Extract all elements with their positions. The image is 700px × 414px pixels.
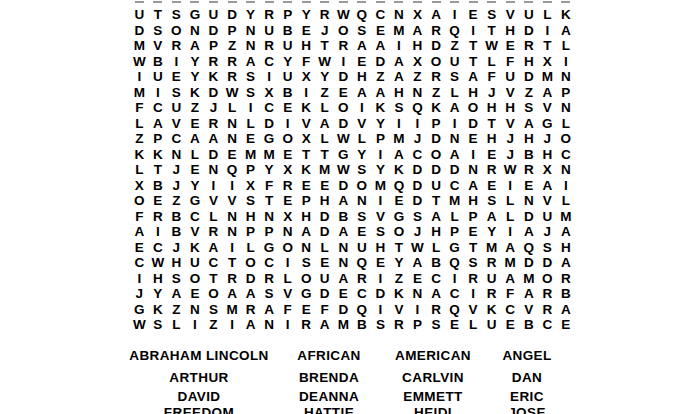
grid-cell[interactable]: A <box>315 317 334 333</box>
grid-cell[interactable]: I <box>278 255 297 271</box>
grid-cell[interactable]: L <box>241 240 260 256</box>
grid-cell[interactable]: O <box>464 100 483 116</box>
grid-cell[interactable]: M <box>390 131 409 147</box>
grid-cell[interactable]: O <box>278 131 297 147</box>
grid-cell[interactable]: S <box>241 193 260 209</box>
grid-cell[interactable]: D <box>427 131 446 147</box>
grid-cell[interactable]: A <box>204 131 223 147</box>
grid-cell[interactable]: B <box>167 209 186 225</box>
grid-cell[interactable]: S <box>482 7 501 23</box>
grid-cell[interactable]: P <box>408 317 427 333</box>
grid-cell[interactable]: Z <box>445 38 464 54</box>
grid-cell[interactable]: Q <box>445 255 464 271</box>
grid-cell[interactable]: K <box>482 302 501 318</box>
grid-cell[interactable]: T <box>538 38 557 54</box>
grid-cell[interactable]: H <box>297 38 316 54</box>
grid-cell[interactable]: D <box>445 162 464 178</box>
grid-cell[interactable]: H <box>519 54 538 70</box>
grid-cell[interactable]: G <box>260 131 279 147</box>
grid-cell[interactable]: R <box>353 271 372 287</box>
grid-cell[interactable]: X <box>297 131 316 147</box>
grid-cell[interactable]: L <box>464 317 483 333</box>
grid-cell[interactable]: S <box>241 69 260 85</box>
grid-cell[interactable]: L <box>315 240 334 256</box>
grid-cell[interactable]: A <box>557 224 576 240</box>
grid-cell[interactable]: O <box>297 271 316 287</box>
grid-cell[interactable]: V <box>371 209 390 225</box>
grid-cell[interactable]: N <box>186 23 205 39</box>
grid-cell[interactable]: M <box>241 147 260 163</box>
grid-cell[interactable]: N <box>297 240 316 256</box>
grid-cell[interactable]: A <box>390 147 409 163</box>
grid-cell[interactable]: S <box>260 286 279 302</box>
grid-cell[interactable]: R <box>538 286 557 302</box>
grid-cell[interactable]: A <box>519 224 538 240</box>
grid-cell[interactable]: X <box>241 178 260 194</box>
grid-cell[interactable]: L <box>501 209 520 225</box>
grid-cell[interactable]: V <box>538 100 557 116</box>
grid-cell[interactable]: U <box>204 7 223 23</box>
grid-cell[interactable]: M <box>334 317 353 333</box>
grid-cell[interactable]: V <box>501 7 520 23</box>
grid-cell[interactable]: H <box>167 255 186 271</box>
grid-cell[interactable]: Z <box>204 317 223 333</box>
grid-cell[interactable]: D <box>538 255 557 271</box>
grid-cell[interactable]: X <box>278 162 297 178</box>
grid-cell[interactable]: C <box>557 147 576 163</box>
grid-cell[interactable]: E <box>371 23 390 39</box>
grid-cell[interactable]: M <box>445 193 464 209</box>
grid-cell[interactable]: R <box>390 317 409 333</box>
grid-cell[interactable]: Y <box>186 178 205 194</box>
grid-cell[interactable]: A <box>519 116 538 132</box>
grid-cell[interactable]: L <box>482 54 501 70</box>
grid-cell[interactable]: V <box>390 302 409 318</box>
grid-cell[interactable]: S <box>353 23 372 39</box>
grid-cell[interactable]: S <box>167 85 186 101</box>
grid-cell[interactable]: I <box>408 302 427 318</box>
grid-cell[interactable]: A <box>408 23 427 39</box>
grid-cell[interactable]: N <box>445 131 464 147</box>
grid-cell[interactable]: J <box>167 240 186 256</box>
grid-cell[interactable]: G <box>186 193 205 209</box>
grid-cell[interactable]: F <box>315 302 334 318</box>
grid-cell[interactable]: L <box>538 7 557 23</box>
grid-cell[interactable]: Z <box>371 69 390 85</box>
grid-cell[interactable]: O <box>334 23 353 39</box>
grid-cell[interactable]: C <box>204 255 223 271</box>
grid-cell[interactable]: Z <box>408 69 427 85</box>
grid-cell[interactable]: F <box>501 286 520 302</box>
grid-cell[interactable]: W <box>149 255 168 271</box>
grid-cell[interactable]: R <box>334 38 353 54</box>
grid-cell[interactable]: V <box>223 193 242 209</box>
grid-cell[interactable]: K <box>427 100 446 116</box>
grid-cell[interactable]: P <box>204 38 223 54</box>
grid-cell[interactable]: E <box>408 271 427 287</box>
grid-cell[interactable]: A <box>482 209 501 225</box>
grid-cell[interactable]: S <box>149 317 168 333</box>
grid-cell[interactable]: E <box>445 317 464 333</box>
grid-cell[interactable]: A <box>445 100 464 116</box>
grid-cell[interactable]: N <box>278 224 297 240</box>
grid-cell[interactable]: Q <box>445 302 464 318</box>
grid-cell[interactable]: B <box>278 85 297 101</box>
grid-cell[interactable]: P <box>241 162 260 178</box>
grid-cell[interactable]: O <box>334 100 353 116</box>
grid-cell[interactable]: Q <box>445 23 464 39</box>
grid-cell[interactable]: I <box>278 317 297 333</box>
grid-cell[interactable]: E <box>482 178 501 194</box>
grid-cell[interactable]: T <box>297 147 316 163</box>
grid-cell[interactable]: B <box>557 286 576 302</box>
grid-cell[interactable]: P <box>445 224 464 240</box>
grid-cell[interactable]: M <box>315 162 334 178</box>
grid-cell[interactable]: L <box>315 100 334 116</box>
grid-cell[interactable]: T <box>315 38 334 54</box>
grid-cell[interactable]: E <box>278 147 297 163</box>
grid-cell[interactable]: Q <box>223 162 242 178</box>
grid-cell[interactable]: V <box>519 302 538 318</box>
grid-cell[interactable]: E <box>297 302 316 318</box>
grid-cell[interactable]: E <box>186 116 205 132</box>
grid-cell[interactable]: Y <box>260 162 279 178</box>
grid-cell[interactable]: E <box>390 193 409 209</box>
grid-cell[interactable]: U <box>501 69 520 85</box>
grid-cell[interactable]: B <box>427 255 446 271</box>
grid-cell[interactable]: A <box>186 131 205 147</box>
grid-cell[interactable]: A <box>538 85 557 101</box>
grid-cell[interactable]: L <box>353 131 372 147</box>
grid-cell[interactable]: N <box>241 23 260 39</box>
grid-cell[interactable]: Y <box>149 286 168 302</box>
grid-cell[interactable]: E <box>278 100 297 116</box>
grid-cell[interactable]: H <box>315 193 334 209</box>
grid-cell[interactable]: E <box>519 178 538 194</box>
grid-cell[interactable]: D <box>334 178 353 194</box>
grid-cell[interactable]: E <box>464 131 483 147</box>
grid-cell[interactable]: H <box>390 85 409 101</box>
grid-cell[interactable]: A <box>334 271 353 287</box>
grid-cell[interactable]: I <box>334 54 353 70</box>
grid-cell[interactable]: O <box>130 193 149 209</box>
grid-cell[interactable]: G <box>130 302 149 318</box>
grid-cell[interactable]: T <box>149 162 168 178</box>
grid-cell[interactable]: L <box>204 209 223 225</box>
grid-cell[interactable]: C <box>130 255 149 271</box>
grid-cell[interactable]: S <box>371 224 390 240</box>
grid-cell[interactable]: M <box>371 178 390 194</box>
grid-cell[interactable]: O <box>278 240 297 256</box>
grid-cell[interactable]: M <box>557 209 576 225</box>
grid-cell[interactable]: S <box>371 317 390 333</box>
grid-cell[interactable]: H <box>353 69 372 85</box>
grid-cell[interactable]: U <box>278 69 297 85</box>
grid-cell[interactable]: S <box>167 271 186 287</box>
grid-cell[interactable]: R <box>223 271 242 287</box>
grid-cell[interactable]: I <box>464 147 483 163</box>
grid-cell[interactable]: S <box>167 7 186 23</box>
grid-cell[interactable]: P <box>260 224 279 240</box>
grid-cell[interactable]: L <box>223 100 242 116</box>
grid-cell[interactable]: D <box>315 209 334 225</box>
grid-cell[interactable]: P <box>371 131 390 147</box>
grid-cell[interactable]: A <box>445 147 464 163</box>
grid-cell[interactable]: A <box>519 286 538 302</box>
grid-cell[interactable]: D <box>204 85 223 101</box>
grid-cell[interactable]: N <box>334 240 353 256</box>
grid-cell[interactable]: I <box>371 147 390 163</box>
grid-cell[interactable]: N <box>223 116 242 132</box>
grid-cell[interactable]: X <box>538 54 557 70</box>
grid-cell[interactable]: A <box>390 54 409 70</box>
grid-cell[interactable]: P <box>241 224 260 240</box>
grid-cell[interactable]: C <box>260 54 279 70</box>
grid-cell[interactable]: O <box>353 178 372 194</box>
grid-cell[interactable]: I <box>371 302 390 318</box>
grid-cell[interactable]: Q <box>353 7 372 23</box>
grid-cell[interactable]: V <box>167 116 186 132</box>
grid-cell[interactable]: O <box>390 224 409 240</box>
grid-cell[interactable]: V <box>278 286 297 302</box>
grid-cell[interactable]: C <box>260 100 279 116</box>
grid-cell[interactable]: E <box>353 54 372 70</box>
grid-cell[interactable]: A <box>464 69 483 85</box>
grid-cell[interactable]: W <box>334 162 353 178</box>
grid-cell[interactable]: S <box>241 85 260 101</box>
grid-cell[interactable]: Z <box>390 271 409 287</box>
grid-cell[interactable]: Z <box>519 85 538 101</box>
grid-cell[interactable]: S <box>482 193 501 209</box>
grid-cell[interactable]: W <box>315 54 334 70</box>
grid-cell[interactable]: C <box>427 271 446 287</box>
grid-cell[interactable]: R <box>167 38 186 54</box>
grid-cell[interactable]: I <box>371 271 390 287</box>
grid-cell[interactable]: H <box>241 209 260 225</box>
grid-cell[interactable]: T <box>260 193 279 209</box>
grid-cell[interactable]: A <box>241 54 260 70</box>
grid-cell[interactable]: D <box>427 38 446 54</box>
grid-cell[interactable]: A <box>427 209 446 225</box>
grid-cell[interactable]: Z <box>427 85 446 101</box>
grid-cell[interactable]: R <box>241 302 260 318</box>
grid-cell[interactable]: R <box>278 178 297 194</box>
grid-cell[interactable]: Z <box>167 193 186 209</box>
grid-cell[interactable]: C <box>353 286 372 302</box>
grid-cell[interactable]: F <box>482 69 501 85</box>
grid-cell[interactable]: M <box>130 85 149 101</box>
grid-cell[interactable]: A <box>371 85 390 101</box>
grid-cell[interactable]: C <box>186 209 205 225</box>
grid-cell[interactable]: B <box>278 23 297 39</box>
grid-cell[interactable]: R <box>260 38 279 54</box>
grid-cell[interactable]: G <box>390 209 409 225</box>
grid-cell[interactable]: S <box>464 255 483 271</box>
grid-cell[interactable]: H <box>408 38 427 54</box>
grid-cell[interactable]: J <box>167 162 186 178</box>
grid-cell[interactable]: D <box>260 116 279 132</box>
grid-cell[interactable]: K <box>390 286 409 302</box>
grid-cell[interactable]: L <box>501 193 520 209</box>
grid-cell[interactable]: S <box>408 209 427 225</box>
grid-cell[interactable]: R <box>482 255 501 271</box>
grid-cell[interactable]: I <box>130 69 149 85</box>
grid-cell[interactable]: L <box>557 116 576 132</box>
grid-cell[interactable]: P <box>297 193 316 209</box>
grid-cell[interactable]: H <box>538 147 557 163</box>
grid-cell[interactable]: A <box>297 224 316 240</box>
grid-cell[interactable]: T <box>464 54 483 70</box>
grid-cell[interactable]: A <box>557 23 576 39</box>
grid-cell[interactable]: E <box>482 147 501 163</box>
grid-cell[interactable]: D <box>464 116 483 132</box>
grid-cell[interactable]: L <box>241 116 260 132</box>
grid-cell[interactable]: R <box>260 7 279 23</box>
grid-cell[interactable]: R <box>315 7 334 23</box>
grid-cell[interactable]: D <box>519 23 538 39</box>
grid-cell[interactable]: N <box>260 317 279 333</box>
grid-cell[interactable]: U <box>482 317 501 333</box>
grid-cell[interactable]: T <box>390 240 409 256</box>
grid-cell[interactable]: P <box>278 7 297 23</box>
grid-cell[interactable]: S <box>427 317 446 333</box>
grid-cell[interactable]: P <box>223 23 242 39</box>
grid-cell[interactable]: I <box>149 85 168 101</box>
grid-cell[interactable]: T <box>427 193 446 209</box>
grid-cell[interactable]: D <box>427 162 446 178</box>
grid-cell[interactable]: E <box>464 7 483 23</box>
grid-cell[interactable]: M <box>260 147 279 163</box>
grid-cell[interactable]: I <box>167 54 186 70</box>
grid-cell[interactable]: V <box>297 116 316 132</box>
grid-cell[interactable]: G <box>297 286 316 302</box>
grid-cell[interactable]: F <box>297 54 316 70</box>
grid-cell[interactable]: V <box>501 85 520 101</box>
grid-cell[interactable]: I <box>260 69 279 85</box>
grid-cell[interactable]: K <box>149 147 168 163</box>
grid-cell[interactable]: A <box>315 116 334 132</box>
grid-cell[interactable]: N <box>464 162 483 178</box>
grid-cell[interactable]: D <box>371 54 390 70</box>
grid-cell[interactable]: H <box>427 224 446 240</box>
grid-cell[interactable]: Q <box>408 100 427 116</box>
grid-cell[interactable]: O <box>186 271 205 287</box>
grid-cell[interactable]: E <box>241 131 260 147</box>
grid-cell[interactable]: A <box>353 38 372 54</box>
grid-cell[interactable]: K <box>557 7 576 23</box>
grid-cell[interactable]: I <box>149 224 168 240</box>
grid-cell[interactable]: A <box>241 286 260 302</box>
grid-cell[interactable]: S <box>390 100 409 116</box>
grid-cell[interactable]: E <box>315 178 334 194</box>
grid-cell[interactable]: J <box>501 147 520 163</box>
grid-cell[interactable]: T <box>315 147 334 163</box>
grid-cell[interactable]: D <box>334 69 353 85</box>
grid-cell[interactable]: I <box>130 271 149 287</box>
grid-cell[interactable]: M <box>390 23 409 39</box>
grid-cell[interactable]: A <box>334 224 353 240</box>
grid-cell[interactable]: D <box>519 255 538 271</box>
grid-cell[interactable]: D <box>204 23 223 39</box>
grid-cell[interactable]: A <box>557 255 576 271</box>
grid-cell[interactable]: H <box>149 271 168 287</box>
grid-cell[interactable]: M <box>130 38 149 54</box>
grid-cell[interactable]: W <box>482 38 501 54</box>
grid-cell[interactable]: Y <box>482 224 501 240</box>
grid-cell[interactable]: V <box>464 302 483 318</box>
grid-cell[interactable]: E <box>297 23 316 39</box>
grid-cell[interactable]: I <box>445 7 464 23</box>
grid-cell[interactable]: P <box>427 116 446 132</box>
grid-cell[interactable]: W <box>223 85 242 101</box>
grid-cell[interactable]: U <box>149 69 168 85</box>
grid-cell[interactable]: H <box>464 193 483 209</box>
grid-cell[interactable]: W <box>130 317 149 333</box>
grid-cell[interactable]: Z <box>130 131 149 147</box>
grid-cell[interactable]: T <box>149 7 168 23</box>
grid-cell[interactable]: N <box>519 193 538 209</box>
grid-cell[interactable]: W <box>408 240 427 256</box>
grid-cell[interactable]: J <box>482 85 501 101</box>
grid-cell[interactable]: I <box>445 271 464 287</box>
grid-cell[interactable]: C <box>371 7 390 23</box>
grid-cell[interactable]: E <box>149 193 168 209</box>
grid-cell[interactable]: R <box>204 116 223 132</box>
grid-cell[interactable]: E <box>130 240 149 256</box>
grid-cell[interactable]: H <box>482 100 501 116</box>
grid-cell[interactable]: B <box>149 178 168 194</box>
grid-cell[interactable]: H <box>557 240 576 256</box>
grid-cell[interactable]: N <box>260 209 279 225</box>
grid-cell[interactable]: I <box>390 116 409 132</box>
grid-cell[interactable]: J <box>538 224 557 240</box>
grid-cell[interactable]: X <box>408 7 427 23</box>
grid-cell[interactable]: U <box>260 23 279 39</box>
grid-cell[interactable]: A <box>241 317 260 333</box>
grid-cell[interactable]: C <box>538 317 557 333</box>
grid-cell[interactable]: F <box>130 209 149 225</box>
grid-cell[interactable]: X <box>538 162 557 178</box>
grid-cell[interactable]: R <box>297 317 316 333</box>
grid-cell[interactable]: K <box>186 85 205 101</box>
grid-cell[interactable]: H <box>464 85 483 101</box>
grid-cell[interactable]: K <box>130 147 149 163</box>
grid-cell[interactable]: O <box>167 23 186 39</box>
grid-cell[interactable]: D <box>371 286 390 302</box>
grid-cell[interactable]: V <box>149 38 168 54</box>
grid-cell[interactable]: E <box>297 178 316 194</box>
grid-cell[interactable]: K <box>390 162 409 178</box>
grid-cell[interactable]: I <box>241 100 260 116</box>
grid-cell[interactable]: M <box>223 302 242 318</box>
grid-cell[interactable]: Y <box>353 147 372 163</box>
grid-cell[interactable]: V <box>501 116 520 132</box>
grid-cell[interactable]: I <box>223 317 242 333</box>
grid-cell[interactable]: T <box>464 240 483 256</box>
grid-cell[interactable]: M <box>519 271 538 287</box>
grid-cell[interactable]: Z <box>167 302 186 318</box>
grid-cell[interactable]: T <box>482 116 501 132</box>
grid-cell[interactable]: D <box>315 286 334 302</box>
grid-cell[interactable]: H <box>519 131 538 147</box>
grid-cell[interactable]: U <box>130 7 149 23</box>
grid-cell[interactable]: J <box>408 131 427 147</box>
grid-cell[interactable]: A <box>464 178 483 194</box>
grid-cell[interactable]: S <box>538 240 557 256</box>
grid-cell[interactable]: R <box>427 69 446 85</box>
grid-cell[interactable]: R <box>204 224 223 240</box>
grid-cell[interactable]: K <box>186 240 205 256</box>
